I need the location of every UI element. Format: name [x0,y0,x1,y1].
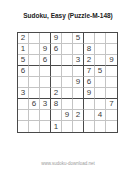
sudoku-cell-r7c2: 6 [29,99,40,110]
sudoku-cell-r7c6 [73,99,84,110]
sudoku-cell-r6c7: 9 [84,88,95,99]
sudoku-cell-r4c5 [62,66,73,77]
sudoku-cell-r3c2 [29,55,40,66]
sudoku-cell-r8c1 [18,110,29,121]
sudoku-cell-r7c4: 8 [51,99,62,110]
sudoku-cell-r2c4: 6 [51,44,62,55]
sudoku-board: 2951968563296759632963879241 [17,32,118,133]
sudoku-cell-r8c4 [51,110,62,121]
sudoku-cell-r2c1: 1 [18,44,29,55]
sudoku-cell-r1c2 [29,33,40,44]
sudoku-cell-r3c8 [95,55,106,66]
sudoku-cell-r8c5: 9 [62,110,73,121]
sudoku-cell-r6c1: 3 [18,88,29,99]
sudoku-cell-r1c9 [106,33,117,44]
sudoku-cell-r2c5 [62,44,73,55]
sudoku-cell-r8c6: 2 [73,110,84,121]
sudoku-cell-r3c3: 6 [40,55,51,66]
sudoku-cell-r1c4: 9 [51,33,62,44]
sudoku-cell-r9c7 [84,121,95,132]
sudoku-cell-r8c3 [40,110,51,121]
sudoku-cell-r2c6 [73,44,84,55]
sudoku-cell-r9c4: 1 [51,121,62,132]
sudoku-cell-r5c4 [51,77,62,88]
sudoku-cell-r6c2 [29,88,40,99]
sudoku-cell-r2c7: 8 [84,44,95,55]
sudoku-cell-r5c6: 9 [73,77,84,88]
sudoku-cell-r3c4 [51,55,62,66]
sudoku-cell-r6c4: 2 [51,88,62,99]
sudoku-cell-r2c2 [29,44,40,55]
sudoku-cell-r4c2 [29,66,40,77]
sudoku-cell-r6c5 [62,88,73,99]
sudoku-cell-r8c7 [84,110,95,121]
sudoku-cell-r7c1 [18,99,29,110]
sudoku-cell-r7c8 [95,99,106,110]
sudoku-cell-r6c3 [40,88,51,99]
sudoku-cell-r5c7: 6 [84,77,95,88]
page-title: Sudoku, Easy (Puzzle-M-148) [0,12,136,19]
sudoku-cell-r3c9: 9 [106,55,117,66]
sudoku-cell-r6c8 [95,88,106,99]
sudoku-cell-r3c6: 3 [73,55,84,66]
sudoku-cell-r4c8: 5 [95,66,106,77]
sudoku-cell-r4c4 [51,66,62,77]
sudoku-cell-r2c3: 9 [40,44,51,55]
sudoku-cell-r9c3 [40,121,51,132]
sudoku-cell-r4c6 [73,66,84,77]
sudoku-cell-r1c7 [84,33,95,44]
sudoku-cell-r9c6 [73,121,84,132]
sudoku-cell-r3c5 [62,55,73,66]
sudoku-cell-r1c3 [40,33,51,44]
sudoku-cell-r6c6 [73,88,84,99]
sudoku-cell-r3c1: 5 [18,55,29,66]
sudoku-cell-r4c9 [106,66,117,77]
sudoku-cell-r1c5 [62,33,73,44]
sudoku-cell-r4c3 [40,66,51,77]
sudoku-cell-r5c9 [106,77,117,88]
sudoku-cell-r1c6: 5 [73,33,84,44]
sudoku-cell-r1c8 [95,33,106,44]
sudoku-cell-r7c5 [62,99,73,110]
sudoku-cell-r4c1: 6 [18,66,29,77]
sudoku-cell-r3c7: 2 [84,55,95,66]
sudoku-cell-r9c2 [29,121,40,132]
sudoku-cell-r5c3 [40,77,51,88]
sudoku-cell-r1c1: 2 [18,33,29,44]
sudoku-cell-r2c8 [95,44,106,55]
sudoku-cell-r2c9 [106,44,117,55]
sudoku-cell-r5c1 [18,77,29,88]
sudoku-cell-r8c9 [106,110,117,121]
sudoku-cell-r9c8 [95,121,106,132]
sudoku-cell-r7c3: 3 [40,99,51,110]
sudoku-cell-r9c5 [62,121,73,132]
sudoku-cell-r5c5 [62,77,73,88]
sudoku-cell-r9c1 [18,121,29,132]
sudoku-cell-r7c7 [84,99,95,110]
footer-url: www.sudoku-download.net [0,161,136,166]
sudoku-cell-r7c9: 7 [106,99,117,110]
sudoku-cell-r8c2 [29,110,40,121]
sudoku-cell-r6c9 [106,88,117,99]
sudoku-cell-r9c9 [106,121,117,132]
sudoku-cell-r4c7: 7 [84,66,95,77]
puzzle-page: Sudoku, Easy (Puzzle-M-148) 295196856329… [0,0,136,176]
sudoku-cell-r8c8: 4 [95,110,106,121]
sudoku-cell-r5c2 [29,77,40,88]
sudoku-cell-r5c8 [95,77,106,88]
